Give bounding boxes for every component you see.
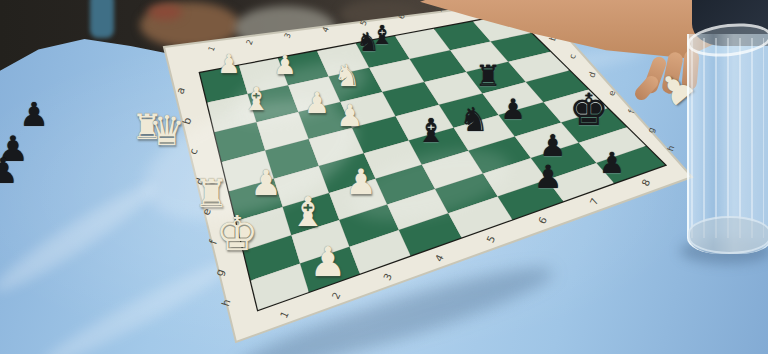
- piece-black-knight-d6[interactable]: ♞: [459, 103, 489, 136]
- piece-black-king-e8[interactable]: ♚: [569, 88, 608, 132]
- glass-ribs: [691, 38, 764, 238]
- piece-black-bishop-d5[interactable]: ♝: [416, 114, 446, 147]
- glass-base: [688, 216, 768, 254]
- piece-black-rook-c6[interactable]: ♜: [475, 62, 501, 91]
- drinking-glass[interactable]: [687, 24, 768, 254]
- piece-white-knight-c4[interactable]: ♞: [334, 61, 361, 91]
- piece-black-knight-b5[interactable]: ♞: [356, 29, 379, 55]
- piece-white-pawn-b3[interactable]: ♟: [273, 52, 296, 78]
- piece-white-pawn-e2[interactable]: ♟: [250, 166, 281, 201]
- piece-white-queen-d1[interactable]: ♛: [149, 111, 186, 152]
- piece-white-bishop-c2[interactable]: ♝: [242, 83, 271, 115]
- piece-white-pawn-h2[interactable]: ♟: [310, 242, 347, 283]
- piece-black-pawn-captured[interactable]: ♟: [599, 149, 625, 178]
- piece-black-pawn-e7[interactable]: ♟: [500, 96, 525, 124]
- piece-black-pawn-g7[interactable]: ♟: [534, 161, 563, 193]
- piece-black-pawn-captured[interactable]: ♟: [0, 154, 19, 189]
- piece-white-king-g1[interactable]: ♚: [215, 209, 258, 257]
- piece-white-pawn-d4[interactable]: ♟: [337, 101, 364, 131]
- piece-white-pawn-c3[interactable]: ♟: [304, 89, 330, 118]
- piece-white-pawn-a2[interactable]: ♟: [217, 51, 240, 77]
- piece-black-pawn-f7[interactable]: ♟: [540, 131, 567, 161]
- piece-white-bishop-f2[interactable]: ♝: [290, 192, 327, 233]
- chess-photo-scene: aabbccddeeffgghh1122334455667788 ♟♟♞♝♟♟♜…: [0, 0, 768, 354]
- piece-white-pawn-g3[interactable]: ♟: [345, 165, 376, 200]
- piece-black-pawn-captured[interactable]: ♟: [19, 98, 49, 131]
